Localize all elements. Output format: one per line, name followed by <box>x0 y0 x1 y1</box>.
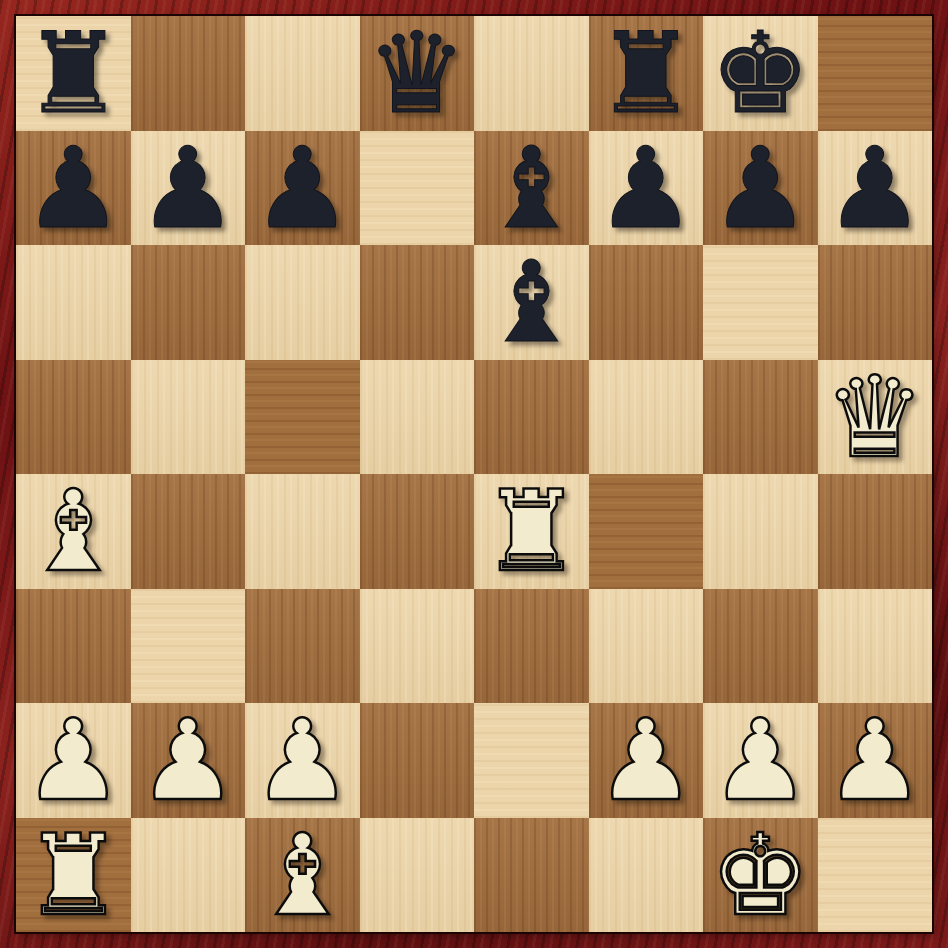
square-c4[interactable] <box>245 474 360 589</box>
square-a7[interactable]: ♟ <box>16 131 131 246</box>
square-d3[interactable] <box>360 589 475 704</box>
white-rook[interactable]: ♜ <box>481 474 581 588</box>
square-f3[interactable] <box>589 589 704 704</box>
square-e1[interactable] <box>474 818 589 933</box>
black-king[interactable]: ♚ <box>710 16 810 130</box>
black-bishop[interactable]: ♝ <box>481 245 581 359</box>
square-d4[interactable] <box>360 474 475 589</box>
square-b4[interactable] <box>131 474 246 589</box>
white-bishop[interactable]: ♝ <box>252 818 352 932</box>
square-e2[interactable] <box>474 703 589 818</box>
black-rook[interactable]: ♜ <box>23 16 123 130</box>
chess-board: ♜♛♜♚♟♟♟♝♟♟♟♝♛♝♜♟♟♟♟♟♟♜♝♚ <box>16 16 932 932</box>
white-pawn[interactable]: ♟ <box>825 703 925 817</box>
square-h5[interactable]: ♛ <box>818 360 933 475</box>
square-b3[interactable] <box>131 589 246 704</box>
white-pawn[interactable]: ♟ <box>710 703 810 817</box>
white-queen[interactable]: ♛ <box>825 360 925 474</box>
square-g1[interactable]: ♚ <box>703 818 818 933</box>
black-bishop[interactable]: ♝ <box>481 131 581 245</box>
square-d1[interactable] <box>360 818 475 933</box>
square-b6[interactable] <box>131 245 246 360</box>
square-c7[interactable]: ♟ <box>245 131 360 246</box>
square-f4[interactable] <box>589 474 704 589</box>
board-frame: ♜♛♜♚♟♟♟♝♟♟♟♝♛♝♜♟♟♟♟♟♟♜♝♚ <box>0 0 948 948</box>
square-a6[interactable] <box>16 245 131 360</box>
square-d8[interactable]: ♛ <box>360 16 475 131</box>
square-a5[interactable] <box>16 360 131 475</box>
square-b8[interactable] <box>131 16 246 131</box>
square-h1[interactable] <box>818 818 933 933</box>
square-g5[interactable] <box>703 360 818 475</box>
square-a1[interactable]: ♜ <box>16 818 131 933</box>
square-h7[interactable]: ♟ <box>818 131 933 246</box>
square-c5[interactable] <box>245 360 360 475</box>
square-b7[interactable]: ♟ <box>131 131 246 246</box>
square-f7[interactable]: ♟ <box>589 131 704 246</box>
square-a8[interactable]: ♜ <box>16 16 131 131</box>
square-c1[interactable]: ♝ <box>245 818 360 933</box>
square-b1[interactable] <box>131 818 246 933</box>
square-e7[interactable]: ♝ <box>474 131 589 246</box>
square-e6[interactable]: ♝ <box>474 245 589 360</box>
white-pawn[interactable]: ♟ <box>252 703 352 817</box>
square-e4[interactable]: ♜ <box>474 474 589 589</box>
square-h8[interactable] <box>818 16 933 131</box>
square-f8[interactable]: ♜ <box>589 16 704 131</box>
square-d5[interactable] <box>360 360 475 475</box>
square-h4[interactable] <box>818 474 933 589</box>
square-a3[interactable] <box>16 589 131 704</box>
square-a4[interactable]: ♝ <box>16 474 131 589</box>
black-pawn[interactable]: ♟ <box>825 131 925 245</box>
black-queen[interactable]: ♛ <box>367 16 467 130</box>
square-b2[interactable]: ♟ <box>131 703 246 818</box>
black-rook[interactable]: ♜ <box>596 16 696 130</box>
square-d2[interactable] <box>360 703 475 818</box>
square-g3[interactable] <box>703 589 818 704</box>
square-d6[interactable] <box>360 245 475 360</box>
white-pawn[interactable]: ♟ <box>23 703 123 817</box>
square-g4[interactable] <box>703 474 818 589</box>
square-f6[interactable] <box>589 245 704 360</box>
square-g7[interactable]: ♟ <box>703 131 818 246</box>
square-f2[interactable]: ♟ <box>589 703 704 818</box>
white-bishop[interactable]: ♝ <box>23 474 123 588</box>
white-pawn[interactable]: ♟ <box>138 703 238 817</box>
square-c6[interactable] <box>245 245 360 360</box>
square-f5[interactable] <box>589 360 704 475</box>
black-pawn[interactable]: ♟ <box>252 131 352 245</box>
square-f1[interactable] <box>589 818 704 933</box>
square-c3[interactable] <box>245 589 360 704</box>
square-c8[interactable] <box>245 16 360 131</box>
square-g2[interactable]: ♟ <box>703 703 818 818</box>
square-d7[interactable] <box>360 131 475 246</box>
square-h2[interactable]: ♟ <box>818 703 933 818</box>
square-a2[interactable]: ♟ <box>16 703 131 818</box>
square-g6[interactable] <box>703 245 818 360</box>
square-e5[interactable] <box>474 360 589 475</box>
square-h3[interactable] <box>818 589 933 704</box>
square-h6[interactable] <box>818 245 933 360</box>
white-king[interactable]: ♚ <box>710 818 810 932</box>
square-e8[interactable] <box>474 16 589 131</box>
black-pawn[interactable]: ♟ <box>23 131 123 245</box>
black-pawn[interactable]: ♟ <box>596 131 696 245</box>
square-e3[interactable] <box>474 589 589 704</box>
square-c2[interactable]: ♟ <box>245 703 360 818</box>
black-pawn[interactable]: ♟ <box>710 131 810 245</box>
white-rook[interactable]: ♜ <box>23 818 123 932</box>
white-pawn[interactable]: ♟ <box>596 703 696 817</box>
square-b5[interactable] <box>131 360 246 475</box>
square-g8[interactable]: ♚ <box>703 16 818 131</box>
black-pawn[interactable]: ♟ <box>138 131 238 245</box>
